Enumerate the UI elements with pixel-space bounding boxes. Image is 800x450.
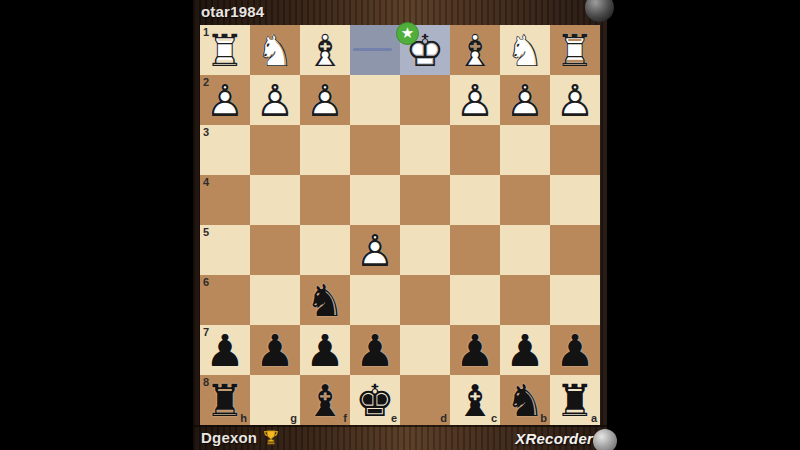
- square-b2[interactable]: ♟♙: [500, 75, 550, 125]
- top-player-bar: otar1984: [193, 0, 607, 25]
- piece-white-pawn-a2: ♟♙: [550, 75, 600, 125]
- square-a7[interactable]: ♟: [550, 325, 600, 375]
- square-b6[interactable]: [500, 275, 550, 325]
- square-c3[interactable]: [450, 125, 500, 175]
- square-e3[interactable]: [350, 125, 400, 175]
- bottom-player-bar: Dgexon XRecorder: [193, 425, 607, 450]
- square-f8[interactable]: f♝: [300, 375, 350, 425]
- square-h6[interactable]: 6: [200, 275, 250, 325]
- rank-label-3: 3: [203, 126, 209, 138]
- square-b4[interactable]: [500, 175, 550, 225]
- square-c7[interactable]: ♟: [450, 325, 500, 375]
- last-move-line: [353, 48, 392, 51]
- square-b8[interactable]: b♞: [500, 375, 550, 425]
- square-b7[interactable]: ♟: [500, 325, 550, 375]
- top-player-name: otar1984: [201, 3, 264, 20]
- square-a3[interactable]: [550, 125, 600, 175]
- square-c6[interactable]: [450, 275, 500, 325]
- square-h2[interactable]: 2♟♙: [200, 75, 250, 125]
- square-h8[interactable]: 8h♜: [200, 375, 250, 425]
- xrecorder-watermark: XRecorder: [515, 430, 593, 447]
- file-label-a: a: [591, 412, 597, 424]
- square-g4[interactable]: [250, 175, 300, 225]
- chess-board: ★ 1♜♖♞♘♝♗♚♔♝♗♞♘♜♖2♟♙♟♙♟♙♟♙♟♙♟♙345♟♙6♞7♟♟…: [200, 25, 600, 425]
- square-d8[interactable]: d: [400, 375, 450, 425]
- square-g2[interactable]: ♟♙: [250, 75, 300, 125]
- piece-white-knight-g1: ♞♘: [250, 25, 300, 75]
- trophy-icon: [263, 429, 279, 446]
- rank-label-1: 1: [203, 26, 209, 38]
- file-label-c: c: [491, 412, 497, 424]
- square-d7[interactable]: [400, 325, 450, 375]
- square-d5[interactable]: [400, 225, 450, 275]
- piece-white-knight-b1: ♞♘: [500, 25, 550, 75]
- square-e8[interactable]: e♚: [350, 375, 400, 425]
- square-a8[interactable]: a♜: [550, 375, 600, 425]
- square-c1[interactable]: ♝♗: [450, 25, 500, 75]
- piece-white-pawn-b2: ♟♙: [500, 75, 550, 125]
- rank-label-5: 5: [203, 226, 209, 238]
- bottom-player-name: Dgexon: [201, 429, 257, 446]
- recorder-sphere-icon-top[interactable]: [585, 0, 614, 22]
- square-d3[interactable]: [400, 125, 450, 175]
- piece-white-pawn-f2: ♟♙: [300, 75, 350, 125]
- square-e5[interactable]: ♟♙: [350, 225, 400, 275]
- square-c5[interactable]: [450, 225, 500, 275]
- file-label-g: g: [290, 412, 297, 424]
- piece-black-pawn-a7: ♟: [550, 325, 600, 375]
- square-f2[interactable]: ♟♙: [300, 75, 350, 125]
- square-g6[interactable]: [250, 275, 300, 325]
- file-label-d: d: [440, 412, 447, 424]
- file-label-b: b: [540, 412, 547, 424]
- square-c2[interactable]: ♟♙: [450, 75, 500, 125]
- star-badge-icon: ★: [396, 22, 419, 45]
- piece-black-knight-f6: ♞: [300, 275, 350, 325]
- square-h1[interactable]: 1♜♖: [200, 25, 250, 75]
- square-a2[interactable]: ♟♙: [550, 75, 600, 125]
- piece-white-rook-a1: ♜♖: [550, 25, 600, 75]
- piece-white-bishop-c1: ♝♗: [450, 25, 500, 75]
- square-b1[interactable]: ♞♘: [500, 25, 550, 75]
- piece-white-pawn-c2: ♟♙: [450, 75, 500, 125]
- square-h5[interactable]: 5: [200, 225, 250, 275]
- square-e4[interactable]: [350, 175, 400, 225]
- square-a6[interactable]: [550, 275, 600, 325]
- square-e7[interactable]: ♟: [350, 325, 400, 375]
- square-g1[interactable]: ♞♘: [250, 25, 300, 75]
- piece-white-pawn-e5: ♟♙: [350, 225, 400, 275]
- piece-black-pawn-f7: ♟: [300, 325, 350, 375]
- square-b3[interactable]: [500, 125, 550, 175]
- piece-black-pawn-c7: ♟: [450, 325, 500, 375]
- square-f4[interactable]: [300, 175, 350, 225]
- square-h7[interactable]: 7♟: [200, 325, 250, 375]
- square-d2[interactable]: [400, 75, 450, 125]
- square-c4[interactable]: [450, 175, 500, 225]
- square-f7[interactable]: ♟: [300, 325, 350, 375]
- square-f5[interactable]: [300, 225, 350, 275]
- square-d6[interactable]: [400, 275, 450, 325]
- file-label-f: f: [343, 412, 347, 424]
- piece-black-pawn-b7: ♟: [500, 325, 550, 375]
- square-g3[interactable]: [250, 125, 300, 175]
- square-b5[interactable]: [500, 225, 550, 275]
- square-g5[interactable]: [250, 225, 300, 275]
- rank-label-8: 8: [203, 376, 209, 388]
- square-g7[interactable]: ♟: [250, 325, 300, 375]
- rank-label-4: 4: [203, 176, 209, 188]
- file-label-h: h: [240, 412, 247, 424]
- square-a5[interactable]: [550, 225, 600, 275]
- square-f1[interactable]: ♝♗: [300, 25, 350, 75]
- file-label-e: e: [391, 412, 397, 424]
- rank-label-2: 2: [203, 76, 209, 88]
- square-h3[interactable]: 3: [200, 125, 250, 175]
- square-f3[interactable]: [300, 125, 350, 175]
- piece-black-pawn-g7: ♟: [250, 325, 300, 375]
- recorder-sphere-icon-bottom[interactable]: [593, 429, 617, 450]
- square-c8[interactable]: c♝: [450, 375, 500, 425]
- square-e6[interactable]: [350, 275, 400, 325]
- rank-label-7: 7: [203, 326, 209, 338]
- square-g8[interactable]: g: [250, 375, 300, 425]
- square-h4[interactable]: 4: [200, 175, 250, 225]
- square-e2[interactable]: [350, 75, 400, 125]
- square-d4[interactable]: [400, 175, 450, 225]
- piece-white-bishop-f1: ♝♗: [300, 25, 350, 75]
- rank-label-6: 6: [203, 276, 209, 288]
- chess-app-window: otar1984 ★ 1♜♖♞♘♝♗♚♔♝♗♞♘♜♖2♟♙♟♙♟♙♟♙♟♙♟♙3…: [193, 0, 607, 450]
- square-a1[interactable]: ♜♖: [550, 25, 600, 75]
- square-a4[interactable]: [550, 175, 600, 225]
- piece-white-pawn-g2: ♟♙: [250, 75, 300, 125]
- screen: otar1984 ★ 1♜♖♞♘♝♗♚♔♝♗♞♘♜♖2♟♙♟♙♟♙♟♙♟♙♟♙3…: [0, 0, 800, 450]
- square-f6[interactable]: ♞: [300, 275, 350, 325]
- piece-black-pawn-e7: ♟: [350, 325, 400, 375]
- bottom-player-name-row: Dgexon: [201, 429, 279, 446]
